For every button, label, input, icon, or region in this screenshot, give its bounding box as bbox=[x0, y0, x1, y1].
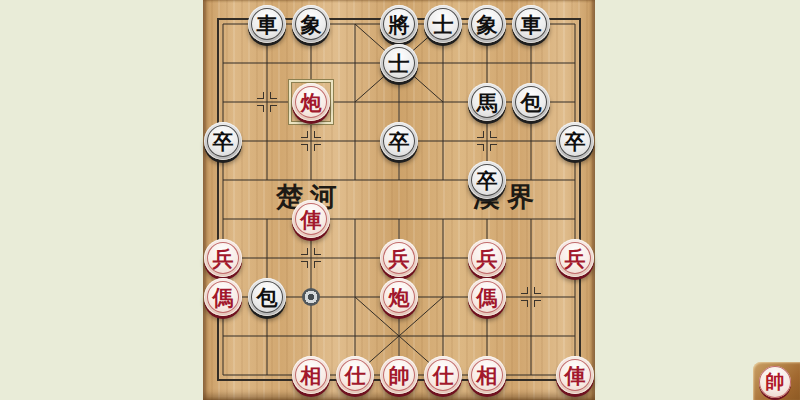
piece-red-soldier[interactable]: 兵 bbox=[204, 239, 242, 277]
piece-glyph: 士 bbox=[427, 8, 459, 40]
piece-red-soldier[interactable]: 兵 bbox=[468, 239, 506, 277]
piece-glyph: 象 bbox=[471, 8, 503, 40]
piece-red-general[interactable]: 帥 bbox=[380, 356, 418, 394]
piece-red-chariot[interactable]: 俥 bbox=[556, 356, 594, 394]
piece-black-soldier[interactable]: 卒 bbox=[556, 122, 594, 160]
red-general-icon[interactable]: 帥 bbox=[753, 362, 800, 400]
piece-glyph: 相 bbox=[295, 359, 327, 391]
piece-glyph: 兵 bbox=[559, 242, 591, 274]
star-point-marker bbox=[520, 286, 542, 308]
piece-red-chariot[interactable]: 俥 bbox=[292, 200, 330, 238]
piece-red-soldier[interactable]: 兵 bbox=[380, 239, 418, 277]
piece-glyph: 兵 bbox=[471, 242, 503, 274]
piece-glyph: 兵 bbox=[383, 242, 415, 274]
piece-glyph: 傌 bbox=[207, 281, 239, 313]
piece-red-soldier[interactable]: 兵 bbox=[556, 239, 594, 277]
star-point-marker bbox=[300, 247, 322, 269]
piece-glyph: 士 bbox=[383, 47, 415, 79]
piece-glyph: 卒 bbox=[207, 125, 239, 157]
piece-glyph: 馬 bbox=[471, 86, 503, 118]
xiangqi-board[interactable]: 楚河 漢界 車象將士象車士炮馬包卒卒卒卒俥兵兵兵兵傌包炮傌相仕帥仕相俥 bbox=[203, 0, 595, 400]
piece-red-advisor[interactable]: 仕 bbox=[336, 356, 374, 394]
piece-red-cannon[interactable]: 炮 bbox=[380, 278, 418, 316]
piece-glyph: 炮 bbox=[295, 86, 327, 118]
piece-red-cannon[interactable]: 炮 bbox=[292, 83, 330, 121]
star-point-marker bbox=[256, 91, 278, 113]
piece-red-horse[interactable]: 傌 bbox=[204, 278, 242, 316]
red-general-icon-piece: 帥 bbox=[759, 366, 791, 398]
piece-black-soldier[interactable]: 卒 bbox=[468, 161, 506, 199]
piece-red-elephant[interactable]: 相 bbox=[292, 356, 330, 394]
piece-glyph: 炮 bbox=[383, 281, 415, 313]
piece-black-soldier[interactable]: 卒 bbox=[204, 122, 242, 160]
piece-glyph: 將 bbox=[383, 8, 415, 40]
piece-black-general[interactable]: 將 bbox=[380, 5, 418, 43]
piece-glyph: 卒 bbox=[471, 164, 503, 196]
piece-glyph: 傌 bbox=[471, 281, 503, 313]
piece-glyph: 卒 bbox=[559, 125, 591, 157]
star-point-marker bbox=[476, 130, 498, 152]
piece-black-elephant[interactable]: 象 bbox=[468, 5, 506, 43]
piece-glyph: 相 bbox=[471, 359, 503, 391]
piece-black-soldier[interactable]: 卒 bbox=[380, 122, 418, 160]
piece-glyph: 俥 bbox=[559, 359, 591, 391]
piece-red-horse[interactable]: 傌 bbox=[468, 278, 506, 316]
piece-black-advisor[interactable]: 士 bbox=[424, 5, 462, 43]
piece-black-chariot[interactable]: 車 bbox=[248, 5, 286, 43]
piece-glyph: 帥 bbox=[383, 359, 415, 391]
piece-glyph: 車 bbox=[515, 8, 547, 40]
piece-glyph: 仕 bbox=[339, 359, 371, 391]
star-point-marker bbox=[300, 130, 322, 152]
piece-glyph: 仕 bbox=[427, 359, 459, 391]
piece-glyph: 卒 bbox=[383, 125, 415, 157]
piece-glyph: 包 bbox=[515, 86, 547, 118]
piece-glyph: 俥 bbox=[295, 203, 327, 235]
piece-glyph: 車 bbox=[251, 8, 283, 40]
piece-black-cannon[interactable]: 包 bbox=[512, 83, 550, 121]
piece-black-horse[interactable]: 馬 bbox=[468, 83, 506, 121]
piece-black-advisor[interactable]: 士 bbox=[380, 44, 418, 82]
screen: 楚河 漢界 車象將士象車士炮馬包卒卒卒卒俥兵兵兵兵傌包炮傌相仕帥仕相俥 帥 bbox=[0, 0, 800, 400]
last-move-origin-marker bbox=[302, 288, 320, 306]
piece-black-chariot[interactable]: 車 bbox=[512, 5, 550, 43]
piece-glyph: 兵 bbox=[207, 242, 239, 274]
piece-glyph: 包 bbox=[251, 281, 283, 313]
piece-black-cannon[interactable]: 包 bbox=[248, 278, 286, 316]
piece-glyph: 象 bbox=[295, 8, 327, 40]
piece-red-advisor[interactable]: 仕 bbox=[424, 356, 462, 394]
piece-black-elephant[interactable]: 象 bbox=[292, 5, 330, 43]
piece-red-elephant[interactable]: 相 bbox=[468, 356, 506, 394]
